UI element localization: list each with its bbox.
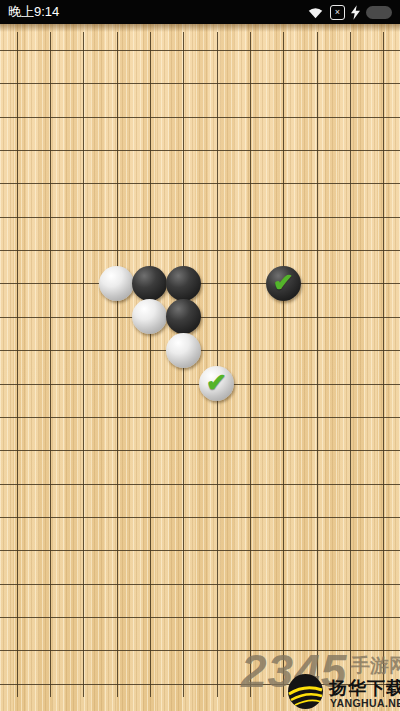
status-icons: × xyxy=(307,5,392,20)
go-board[interactable]: ✔✔ xyxy=(0,0,400,711)
grid-vline xyxy=(383,32,384,697)
grid-vline xyxy=(250,32,251,697)
grid-vline xyxy=(317,32,318,697)
black-stone xyxy=(166,266,201,301)
grid-hline xyxy=(0,50,400,51)
grid-vline xyxy=(50,32,51,697)
confirm-check-icon[interactable]: ✔ xyxy=(199,365,234,400)
white-stone xyxy=(132,299,167,334)
grid-hline xyxy=(0,584,400,585)
yanghua-download-badge: 扬华下载 YANGHUA.NET xyxy=(275,673,400,711)
grid-vline xyxy=(283,32,284,697)
grid-vline xyxy=(17,32,18,697)
grid-hline xyxy=(0,417,400,418)
status-time: 晚上9:14 xyxy=(8,3,59,21)
grid-hline xyxy=(0,150,400,151)
battery-icon xyxy=(366,6,392,19)
grid-hline xyxy=(0,183,400,184)
black-stone xyxy=(166,299,201,334)
black-stone xyxy=(132,266,167,301)
grid-hline xyxy=(0,550,400,551)
grid-hline xyxy=(0,517,400,518)
confirm-check-icon[interactable]: ✔ xyxy=(266,265,301,300)
grid-hline xyxy=(0,83,400,84)
grid-hline xyxy=(0,250,400,251)
grid-hline xyxy=(0,617,400,618)
white-stone xyxy=(166,333,201,368)
badge-domain: YANGHUA.NET xyxy=(330,697,400,709)
white-stone[interactable]: ✔ xyxy=(199,366,234,401)
grid-hline xyxy=(0,217,400,218)
no-sim-icon: × xyxy=(330,5,345,20)
grid-vline xyxy=(117,32,118,697)
grid-hline xyxy=(0,117,400,118)
white-stone xyxy=(99,266,134,301)
grid-vline xyxy=(150,32,151,697)
grid-vline xyxy=(350,32,351,697)
grid-hline xyxy=(0,484,400,485)
black-stone[interactable]: ✔ xyxy=(266,266,301,301)
phone-screen: ✔✔ 晚上9:14 × 2345 手游网 xyxy=(0,0,400,711)
charging-bolt-icon xyxy=(351,5,360,20)
grid-vline xyxy=(83,32,84,697)
wifi-icon xyxy=(307,6,324,19)
globe-swoosh-logo-icon xyxy=(287,673,324,710)
grid-hline xyxy=(0,450,400,451)
status-bar: 晚上9:14 × xyxy=(0,0,400,24)
